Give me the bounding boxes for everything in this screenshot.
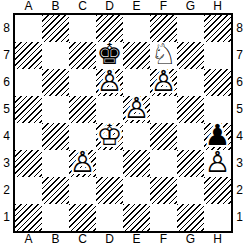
rank-labels-right: 87654321 xyxy=(233,15,246,231)
square-g5[interactable] xyxy=(177,96,204,123)
square-g2[interactable] xyxy=(177,177,204,204)
square-e4[interactable] xyxy=(123,123,150,150)
square-g8[interactable] xyxy=(177,15,204,42)
rank-label-8: 8 xyxy=(233,15,246,42)
rank-label-4: 4 xyxy=(0,123,13,150)
rank-labels-left: 87654321 xyxy=(0,15,13,231)
square-g7[interactable] xyxy=(177,42,204,69)
square-b5[interactable] xyxy=(42,96,69,123)
square-b2[interactable] xyxy=(42,177,69,204)
corner-top-left xyxy=(0,0,13,13)
square-h2[interactable] xyxy=(204,177,231,204)
rank-label-7: 7 xyxy=(0,42,13,69)
chess-board: ♚♘♙♙♙♔♟♙♙ xyxy=(13,13,233,233)
square-c8[interactable] xyxy=(69,15,96,42)
file-label-e: E xyxy=(123,0,150,13)
square-g6[interactable] xyxy=(177,69,204,96)
square-a8[interactable] xyxy=(15,15,42,42)
rank-label-8: 8 xyxy=(0,15,13,42)
square-c6[interactable] xyxy=(69,69,96,96)
square-h3[interactable]: ♙ xyxy=(204,150,231,177)
square-d2[interactable] xyxy=(96,177,123,204)
square-f6[interactable]: ♙ xyxy=(150,69,177,96)
square-d6[interactable]: ♙ xyxy=(96,69,123,96)
corner-bottom-right xyxy=(233,233,246,246)
file-label-a: A xyxy=(15,233,42,246)
square-a3[interactable] xyxy=(15,150,42,177)
file-label-f: F xyxy=(150,233,177,246)
square-b4[interactable] xyxy=(42,123,69,150)
rank-label-5: 5 xyxy=(0,96,13,123)
rank-label-3: 3 xyxy=(0,150,13,177)
rank-label-7: 7 xyxy=(233,42,246,69)
square-a5[interactable] xyxy=(15,96,42,123)
square-f1[interactable] xyxy=(150,204,177,231)
file-label-b: B xyxy=(42,0,69,13)
square-e7[interactable] xyxy=(123,42,150,69)
square-f3[interactable] xyxy=(150,150,177,177)
square-b8[interactable] xyxy=(42,15,69,42)
square-c7[interactable] xyxy=(69,42,96,69)
square-c2[interactable] xyxy=(69,177,96,204)
square-a7[interactable] xyxy=(15,42,42,69)
square-d4[interactable]: ♔ xyxy=(96,123,123,150)
square-a6[interactable] xyxy=(15,69,42,96)
piece-white-pawn: ♙ xyxy=(70,149,96,176)
file-label-f: F xyxy=(150,0,177,13)
file-label-c: C xyxy=(69,233,96,246)
square-c1[interactable] xyxy=(69,204,96,231)
square-d1[interactable] xyxy=(96,204,123,231)
rank-label-2: 2 xyxy=(0,177,13,204)
square-c5[interactable] xyxy=(69,96,96,123)
square-a1[interactable] xyxy=(15,204,42,231)
rank-label-6: 6 xyxy=(233,69,246,96)
square-e5[interactable]: ♙ xyxy=(123,96,150,123)
piece-white-king: ♔ xyxy=(97,122,123,149)
square-f2[interactable] xyxy=(150,177,177,204)
square-a2[interactable] xyxy=(15,177,42,204)
file-label-b: B xyxy=(42,233,69,246)
square-d3[interactable] xyxy=(96,150,123,177)
square-b3[interactable] xyxy=(42,150,69,177)
square-h6[interactable] xyxy=(204,69,231,96)
chess-diagram: ABCDEFGH 87654321 ♚♘♙♙♙♔♟♙♙ 87654321 ABC… xyxy=(0,0,246,246)
square-a4[interactable] xyxy=(15,123,42,150)
piece-white-pawn: ♙ xyxy=(151,68,177,95)
file-label-h: H xyxy=(204,0,231,13)
rank-label-1: 1 xyxy=(233,204,246,231)
file-label-d: D xyxy=(96,233,123,246)
square-b6[interactable] xyxy=(42,69,69,96)
file-label-h: H xyxy=(204,233,231,246)
square-f5[interactable] xyxy=(150,96,177,123)
file-labels-bottom: ABCDEFGH xyxy=(15,233,231,246)
file-label-d: D xyxy=(96,0,123,13)
square-h1[interactable] xyxy=(204,204,231,231)
square-e2[interactable] xyxy=(123,177,150,204)
file-labels-top: ABCDEFGH xyxy=(15,0,231,13)
file-label-g: G xyxy=(177,0,204,13)
rank-label-5: 5 xyxy=(233,96,246,123)
rank-label-4: 4 xyxy=(233,123,246,150)
square-b7[interactable] xyxy=(42,42,69,69)
rank-label-6: 6 xyxy=(0,69,13,96)
rank-label-2: 2 xyxy=(233,177,246,204)
corner-top-right xyxy=(233,0,246,13)
square-h7[interactable] xyxy=(204,42,231,69)
piece-white-pawn: ♙ xyxy=(97,68,123,95)
rank-label-1: 1 xyxy=(0,204,13,231)
square-g4[interactable] xyxy=(177,123,204,150)
square-e8[interactable] xyxy=(123,15,150,42)
square-g3[interactable] xyxy=(177,150,204,177)
square-h8[interactable] xyxy=(204,15,231,42)
file-label-e: E xyxy=(123,233,150,246)
piece-white-pawn: ♙ xyxy=(124,95,150,122)
file-label-g: G xyxy=(177,233,204,246)
square-f4[interactable] xyxy=(150,123,177,150)
square-g1[interactable] xyxy=(177,204,204,231)
square-c3[interactable]: ♙ xyxy=(69,150,96,177)
file-label-a: A xyxy=(15,0,42,13)
rank-label-3: 3 xyxy=(233,150,246,177)
file-label-c: C xyxy=(69,0,96,13)
corner-bottom-left xyxy=(0,233,13,246)
square-e1[interactable] xyxy=(123,204,150,231)
square-e3[interactable] xyxy=(123,150,150,177)
piece-white-pawn: ♙ xyxy=(205,149,231,176)
square-b1[interactable] xyxy=(42,204,69,231)
